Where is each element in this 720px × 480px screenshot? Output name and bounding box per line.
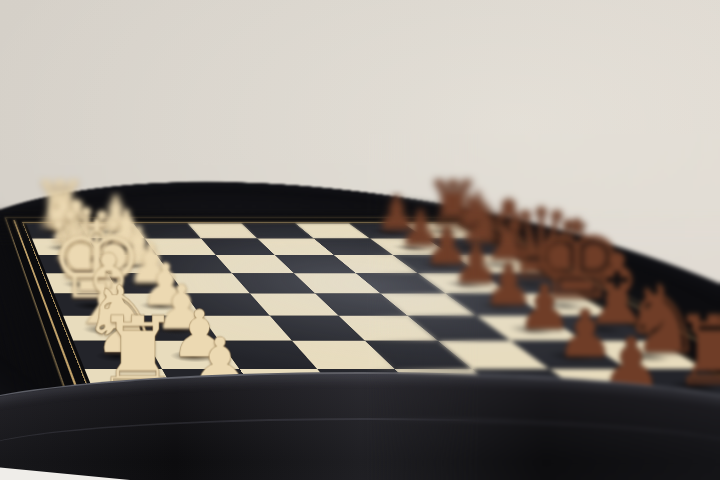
dark-rook[interactable]: ♜: [671, 304, 720, 399]
box-side: [0, 372, 720, 480]
chess-photo-scene: ♜♟♟♜♞♟♟♞♝♟♟♝♛♟♟♛♚♟♟♚♝♟♟♝♞♟♟♞♜♟♟♜: [0, 0, 720, 480]
square-d4[interactable]: [232, 273, 315, 293]
square-d5[interactable]: [294, 273, 380, 293]
box-lid-seam: [0, 418, 720, 480]
square-d6[interactable]: [356, 273, 446, 293]
